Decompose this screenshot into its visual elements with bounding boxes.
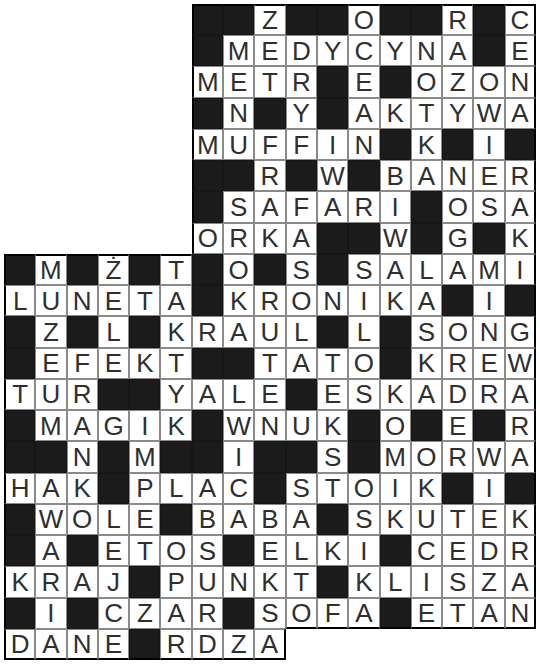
blocked-cell-r6c13 bbox=[411, 191, 442, 222]
blocked-cell-r15c3 bbox=[98, 473, 129, 504]
outside-area bbox=[160, 35, 191, 66]
letter-cell-r3c16: A bbox=[505, 98, 536, 129]
letter-cell-r6c8: A bbox=[254, 191, 285, 222]
letter-cell-r7c6: O bbox=[192, 223, 223, 254]
letter-cell-r13c8: N bbox=[254, 410, 285, 441]
letter-cell-r19c5: A bbox=[160, 598, 191, 629]
letter-cell-r9c1: U bbox=[35, 285, 66, 316]
letter-cell-r19c6: R bbox=[192, 598, 223, 629]
blocked-cell-r10c12 bbox=[380, 316, 411, 347]
letter-cell-r10c8: U bbox=[254, 316, 285, 347]
letter-cell-r10c5: K bbox=[160, 316, 191, 347]
blocked-cell-r5c11 bbox=[348, 160, 379, 191]
letter-cell-r12c2: R bbox=[67, 379, 98, 410]
letter-cell-r18c0: K bbox=[4, 566, 35, 597]
letter-cell-r13c10: K bbox=[317, 410, 348, 441]
letter-cell-r6c7: S bbox=[223, 191, 254, 222]
outside-area bbox=[129, 4, 160, 35]
blocked-cell-r8c8 bbox=[254, 254, 285, 285]
blocked-cell-r14c1 bbox=[35, 441, 66, 472]
letter-cell-r18c7: N bbox=[223, 566, 254, 597]
blocked-cell-r7c11 bbox=[348, 223, 379, 254]
letter-cell-r19c16: N bbox=[505, 598, 536, 629]
blocked-cell-r10c2 bbox=[67, 316, 98, 347]
letter-cell-r9c0: L bbox=[4, 285, 35, 316]
letter-cell-r3c7: N bbox=[223, 98, 254, 129]
letter-cell-r17c16: R bbox=[505, 535, 536, 566]
letter-cell-r17c1: A bbox=[35, 535, 66, 566]
letter-cell-r14c4: M bbox=[129, 441, 160, 472]
letter-cell-r16c4: E bbox=[129, 504, 160, 535]
letter-cell-r18c15: Z bbox=[473, 566, 504, 597]
letter-cell-r2c7: E bbox=[223, 66, 254, 97]
letter-cell-r3c9: Y bbox=[286, 98, 317, 129]
letter-cell-r8c9: S bbox=[286, 254, 317, 285]
letter-cell-r8c12: A bbox=[380, 254, 411, 285]
blocked-cell-r18c10 bbox=[317, 566, 348, 597]
letter-cell-r20c3: E bbox=[98, 629, 129, 660]
letter-cell-r19c9: O bbox=[286, 598, 317, 629]
outside-area bbox=[4, 98, 35, 129]
letter-cell-r17c15: D bbox=[473, 535, 504, 566]
letter-cell-r16c12: K bbox=[380, 504, 411, 535]
letter-cell-r0c16: C bbox=[505, 4, 536, 35]
blocked-cell-r8c0 bbox=[4, 254, 35, 285]
letter-cell-r9c5: A bbox=[160, 285, 191, 316]
letter-cell-r12c1: U bbox=[35, 379, 66, 410]
letter-cell-r17c3: E bbox=[98, 535, 129, 566]
letter-cell-r14c13: O bbox=[411, 441, 442, 472]
letter-cell-r8c3: Ż bbox=[98, 254, 129, 285]
letter-cell-r3c14: Y bbox=[442, 98, 473, 129]
letter-cell-r10c9: L bbox=[286, 316, 317, 347]
outside-area bbox=[160, 4, 191, 35]
letter-cell-r16c13: U bbox=[411, 504, 442, 535]
outside-area bbox=[160, 66, 191, 97]
outside-area bbox=[67, 66, 98, 97]
blocked-cell-r7c10 bbox=[317, 223, 348, 254]
letter-cell-r7c12: W bbox=[380, 223, 411, 254]
letter-cell-r16c15: E bbox=[473, 504, 504, 535]
letter-cell-r14c14: R bbox=[442, 441, 473, 472]
blocked-cell-r17c0 bbox=[4, 535, 35, 566]
letter-cell-r9c8: R bbox=[254, 285, 285, 316]
letter-cell-r11c1: E bbox=[35, 348, 66, 379]
letter-cell-r18c11: K bbox=[348, 566, 379, 597]
blocked-cell-r14c0 bbox=[4, 441, 35, 472]
letter-cell-r14c2: N bbox=[67, 441, 98, 472]
letter-cell-r11c10: T bbox=[317, 348, 348, 379]
letter-cell-r20c8: A bbox=[254, 629, 285, 660]
letter-cell-r6c9: F bbox=[286, 191, 317, 222]
letter-cell-r2c11: E bbox=[348, 66, 379, 97]
blocked-cell-r9c14 bbox=[442, 285, 473, 316]
outside-area bbox=[4, 35, 35, 66]
letter-cell-r16c3: L bbox=[98, 504, 129, 535]
letter-cell-r7c8: K bbox=[254, 223, 285, 254]
letter-cell-r14c10: S bbox=[317, 441, 348, 472]
letter-cell-r9c9: O bbox=[286, 285, 317, 316]
letter-cell-r7c7: R bbox=[223, 223, 254, 254]
outside-area bbox=[35, 191, 66, 222]
blocked-cell-r2c10 bbox=[317, 66, 348, 97]
letter-cell-r15c10: T bbox=[317, 473, 348, 504]
outside-area bbox=[35, 160, 66, 191]
letter-cell-r12c12: K bbox=[380, 379, 411, 410]
outside-area bbox=[160, 129, 191, 160]
outside-area bbox=[160, 223, 191, 254]
outside-area bbox=[98, 129, 129, 160]
outside-area bbox=[160, 98, 191, 129]
letter-cell-r5c13: A bbox=[411, 160, 442, 191]
letter-cell-r13c12: O bbox=[380, 410, 411, 441]
letter-cell-r10c11: L bbox=[348, 316, 379, 347]
letter-cell-r10c1: Z bbox=[35, 316, 66, 347]
letter-cell-r3c15: W bbox=[473, 98, 504, 129]
blocked-cell-r0c12 bbox=[380, 4, 411, 35]
letter-cell-r9c11: I bbox=[348, 285, 379, 316]
outside-area bbox=[4, 4, 35, 35]
letter-cell-r18c13: I bbox=[411, 566, 442, 597]
blocked-cell-r17c7 bbox=[223, 535, 254, 566]
letter-cell-r1c14: A bbox=[442, 35, 473, 66]
letter-cell-r16c6: B bbox=[192, 504, 223, 535]
blocked-cell-r9c6 bbox=[192, 285, 223, 316]
letter-cell-r15c9: S bbox=[286, 473, 317, 504]
letter-cell-r8c11: S bbox=[348, 254, 379, 285]
blocked-cell-r12c4 bbox=[129, 379, 160, 410]
letter-cell-r18c12: L bbox=[380, 566, 411, 597]
blocked-cell-r5c7 bbox=[223, 160, 254, 191]
blocked-cell-r0c9 bbox=[286, 4, 317, 35]
blocked-cell-r3c8 bbox=[254, 98, 285, 129]
letter-cell-r20c2: N bbox=[67, 629, 98, 660]
letter-cell-r14c16: A bbox=[505, 441, 536, 472]
letter-cell-r15c15: I bbox=[473, 473, 504, 504]
outside-area bbox=[67, 191, 98, 222]
outside-area bbox=[129, 129, 160, 160]
outside-area bbox=[67, 223, 98, 254]
letter-cell-r17c13: C bbox=[411, 535, 442, 566]
outside-area bbox=[35, 66, 66, 97]
outside-area bbox=[35, 98, 66, 129]
blocked-cell-r10c4 bbox=[129, 316, 160, 347]
letter-cell-r16c16: K bbox=[505, 504, 536, 535]
letter-cell-r17c4: T bbox=[129, 535, 160, 566]
blocked-cell-r13c11 bbox=[348, 410, 379, 441]
letter-cell-r15c6: A bbox=[192, 473, 223, 504]
letter-cell-r13c14: E bbox=[442, 410, 473, 441]
letter-cell-r17c14: E bbox=[442, 535, 473, 566]
letter-cell-r12c15: R bbox=[473, 379, 504, 410]
letter-cell-r16c8: B bbox=[254, 504, 285, 535]
blocked-cell-r5c6 bbox=[192, 160, 223, 191]
letter-cell-r19c13: E bbox=[411, 598, 442, 629]
letter-cell-r19c8: S bbox=[254, 598, 285, 629]
outside-area bbox=[98, 98, 129, 129]
blocked-cell-r13c15 bbox=[473, 410, 504, 441]
letter-cell-r1c11: C bbox=[348, 35, 379, 66]
letter-cell-r17c9: L bbox=[286, 535, 317, 566]
blocked-cell-r15c16 bbox=[505, 473, 536, 504]
outside-area bbox=[98, 191, 129, 222]
letter-cell-r2c13: O bbox=[411, 66, 442, 97]
blocked-cell-r12c3 bbox=[98, 379, 129, 410]
blocked-cell-r20c4 bbox=[129, 629, 160, 660]
letter-cell-r14c15: W bbox=[473, 441, 504, 472]
letter-cell-r20c5: R bbox=[160, 629, 191, 660]
blocked-cell-r5c9 bbox=[286, 160, 317, 191]
letter-cell-r6c12: I bbox=[380, 191, 411, 222]
letter-cell-r12c13: A bbox=[411, 379, 442, 410]
blocked-cell-r18c4 bbox=[129, 566, 160, 597]
blocked-cell-r12c9 bbox=[286, 379, 317, 410]
letter-cell-r16c7: A bbox=[223, 504, 254, 535]
letter-cell-r2c9: R bbox=[286, 66, 317, 97]
letter-cell-r8c14: A bbox=[442, 254, 473, 285]
letter-cell-r16c1: W bbox=[35, 504, 66, 535]
letter-cell-r3c13: T bbox=[411, 98, 442, 129]
letter-cell-r7c16: K bbox=[505, 223, 536, 254]
letter-cell-r17c8: E bbox=[254, 535, 285, 566]
letter-cell-r18c1: R bbox=[35, 566, 66, 597]
letter-cell-r14c7: I bbox=[223, 441, 254, 472]
letter-cell-r12c7: L bbox=[223, 379, 254, 410]
letter-cell-r5c15: E bbox=[473, 160, 504, 191]
letter-cell-r18c2: A bbox=[67, 566, 98, 597]
letter-cell-r11c2: F bbox=[67, 348, 98, 379]
letter-cell-r6c15: S bbox=[473, 191, 504, 222]
letter-cell-r18c5: P bbox=[160, 566, 191, 597]
outside-area bbox=[35, 35, 66, 66]
letter-cell-r5c16: R bbox=[505, 160, 536, 191]
blocked-cell-r13c0 bbox=[4, 410, 35, 441]
letter-cell-r19c14: T bbox=[442, 598, 473, 629]
letter-cell-r10c15: N bbox=[473, 316, 504, 347]
blocked-cell-r11c6 bbox=[192, 348, 223, 379]
outside-area bbox=[286, 629, 317, 660]
letter-cell-r6c14: O bbox=[442, 191, 473, 222]
letter-cell-r3c11: A bbox=[348, 98, 379, 129]
letter-cell-r2c14: Z bbox=[442, 66, 473, 97]
letter-cell-r16c2: O bbox=[67, 504, 98, 535]
letter-cell-r9c4: T bbox=[129, 285, 160, 316]
blocked-cell-r10c10 bbox=[317, 316, 348, 347]
blocked-cell-r15c8 bbox=[254, 473, 285, 504]
blocked-cell-r2c12 bbox=[380, 66, 411, 97]
blocked-cell-r0c13 bbox=[411, 4, 442, 35]
outside-area bbox=[67, 129, 98, 160]
letter-cell-r17c6: S bbox=[192, 535, 223, 566]
letter-cell-r4c15: I bbox=[473, 129, 504, 160]
letter-cell-r18c6: U bbox=[192, 566, 223, 597]
letter-cell-r11c13: K bbox=[411, 348, 442, 379]
letter-cell-r15c12: I bbox=[380, 473, 411, 504]
letter-cell-r18c8: K bbox=[254, 566, 285, 597]
outside-area bbox=[129, 66, 160, 97]
letter-cell-r9c7: K bbox=[223, 285, 254, 316]
letter-cell-r0c11: O bbox=[348, 4, 379, 35]
letter-cell-r11c11: O bbox=[348, 348, 379, 379]
blocked-cell-r3c6 bbox=[192, 98, 223, 129]
blocked-cell-r0c10 bbox=[317, 4, 348, 35]
blocked-cell-r19c0 bbox=[4, 598, 35, 629]
blocked-cell-r11c12 bbox=[380, 348, 411, 379]
outside-area bbox=[35, 129, 66, 160]
letter-cell-r19c3: C bbox=[98, 598, 129, 629]
letter-cell-r9c15: I bbox=[473, 285, 504, 316]
letter-cell-r19c1: I bbox=[35, 598, 66, 629]
letter-cell-r12c6: A bbox=[192, 379, 223, 410]
letter-cell-r15c7: C bbox=[223, 473, 254, 504]
outside-area bbox=[317, 629, 348, 660]
letter-cell-r11c3: E bbox=[98, 348, 129, 379]
letter-cell-r12c5: Y bbox=[160, 379, 191, 410]
letter-cell-r20c0: D bbox=[4, 629, 35, 660]
letter-cell-r16c11: S bbox=[348, 504, 379, 535]
blocked-cell-r9c16 bbox=[505, 285, 536, 316]
letter-cell-r6c10: A bbox=[317, 191, 348, 222]
letter-cell-r10c14: O bbox=[442, 316, 473, 347]
outside-area bbox=[129, 191, 160, 222]
outside-area bbox=[129, 160, 160, 191]
blocked-cell-r4c14 bbox=[442, 129, 473, 160]
letter-cell-r8c15: M bbox=[473, 254, 504, 285]
letter-cell-r10c16: G bbox=[505, 316, 536, 347]
outside-area bbox=[4, 191, 35, 222]
letter-cell-r6c16: A bbox=[505, 191, 536, 222]
blocked-cell-r3c10 bbox=[317, 98, 348, 129]
outside-area bbox=[4, 129, 35, 160]
letter-cell-r2c15: O bbox=[473, 66, 504, 97]
letter-cell-r9c2: N bbox=[67, 285, 98, 316]
letter-cell-r10c6: R bbox=[192, 316, 223, 347]
letter-cell-r8c16: I bbox=[505, 254, 536, 285]
letter-cell-r5c14: N bbox=[442, 160, 473, 191]
letter-cell-r5c12: B bbox=[380, 160, 411, 191]
blocked-cell-r1c6 bbox=[192, 35, 223, 66]
letter-cell-r4c13: K bbox=[411, 129, 442, 160]
blocked-cell-r16c10 bbox=[317, 504, 348, 535]
letter-cell-r2c6: M bbox=[192, 66, 223, 97]
blocked-cell-r14c3 bbox=[98, 441, 129, 472]
blocked-cell-r19c12 bbox=[380, 598, 411, 629]
blocked-cell-r8c4 bbox=[129, 254, 160, 285]
letter-cell-r20c6: D bbox=[192, 629, 223, 660]
letter-cell-r12c0: T bbox=[4, 379, 35, 410]
outside-area bbox=[35, 223, 66, 254]
letter-cell-r4c8: F bbox=[254, 129, 285, 160]
outside-area bbox=[160, 160, 191, 191]
letter-cell-r15c1: A bbox=[35, 473, 66, 504]
outside-area bbox=[98, 223, 129, 254]
letter-cell-r1c13: N bbox=[411, 35, 442, 66]
crossword-board: ZORCMEDYCYNAEMETREOZONNYAKTYWAMUFFINKIRW… bbox=[4, 4, 536, 660]
letter-cell-r7c14: G bbox=[442, 223, 473, 254]
letter-cell-r13c3: G bbox=[98, 410, 129, 441]
letter-cell-r3c12: K bbox=[380, 98, 411, 129]
letter-cell-r8c7: O bbox=[223, 254, 254, 285]
blocked-cell-r1c15 bbox=[473, 35, 504, 66]
letter-cell-r1c12: Y bbox=[380, 35, 411, 66]
letter-cell-r12c8: E bbox=[254, 379, 285, 410]
letter-cell-r19c4: Z bbox=[129, 598, 160, 629]
outside-area bbox=[4, 66, 35, 97]
letter-cell-r1c8: E bbox=[254, 35, 285, 66]
blocked-cell-r14c5 bbox=[160, 441, 191, 472]
blocked-cell-r7c15 bbox=[473, 223, 504, 254]
letter-cell-r1c16: E bbox=[505, 35, 536, 66]
letter-cell-r7c9: A bbox=[286, 223, 317, 254]
outside-area bbox=[4, 160, 35, 191]
letter-cell-r17c10: K bbox=[317, 535, 348, 566]
letter-cell-r8c5: T bbox=[160, 254, 191, 285]
blocked-cell-r7c13 bbox=[411, 223, 442, 254]
blocked-cell-r14c8 bbox=[254, 441, 285, 472]
letter-cell-r11c9: A bbox=[286, 348, 317, 379]
letter-cell-r1c9: D bbox=[286, 35, 317, 66]
blocked-cell-r0c6 bbox=[192, 4, 223, 35]
letter-cell-r16c14: T bbox=[442, 504, 473, 535]
outside-area bbox=[348, 629, 379, 660]
letter-cell-r4c6: M bbox=[192, 129, 223, 160]
letter-cell-r15c4: P bbox=[129, 473, 160, 504]
blocked-cell-r0c7 bbox=[223, 4, 254, 35]
letter-cell-r6c11: R bbox=[348, 191, 379, 222]
outside-area bbox=[505, 629, 536, 660]
letter-cell-r9c12: K bbox=[380, 285, 411, 316]
blocked-cell-r4c16 bbox=[505, 129, 536, 160]
letter-cell-r9c10: N bbox=[317, 285, 348, 316]
letter-cell-r11c16: W bbox=[505, 348, 536, 379]
blocked-cell-r11c7 bbox=[223, 348, 254, 379]
outside-area bbox=[67, 160, 98, 191]
blocked-cell-r8c10 bbox=[317, 254, 348, 285]
letter-cell-r17c11: I bbox=[348, 535, 379, 566]
outside-area bbox=[98, 160, 129, 191]
letter-cell-r8c1: M bbox=[35, 254, 66, 285]
blocked-cell-r14c6 bbox=[192, 441, 223, 472]
letter-cell-r13c7: W bbox=[223, 410, 254, 441]
letter-cell-r9c3: E bbox=[98, 285, 129, 316]
outside-area bbox=[129, 35, 160, 66]
letter-cell-r11c4: K bbox=[129, 348, 160, 379]
outside-area bbox=[380, 629, 411, 660]
letter-cell-r0c14: R bbox=[442, 4, 473, 35]
letter-cell-r18c3: J bbox=[98, 566, 129, 597]
letter-cell-r18c16: A bbox=[505, 566, 536, 597]
letter-cell-r12c16: A bbox=[505, 379, 536, 410]
letter-cell-r19c11: A bbox=[348, 598, 379, 629]
letter-cell-r18c9: T bbox=[286, 566, 317, 597]
outside-area bbox=[129, 223, 160, 254]
blocked-cell-r17c12 bbox=[380, 535, 411, 566]
blocked-cell-r19c2 bbox=[67, 598, 98, 629]
letter-cell-r5c10: W bbox=[317, 160, 348, 191]
blocked-cell-r14c11 bbox=[348, 441, 379, 472]
letter-cell-r14c12: M bbox=[380, 441, 411, 472]
crossword-page: ZORCMEDYCYNAEMETREOZONNYAKTYWAMUFFINKIRW… bbox=[0, 0, 540, 664]
outside-area bbox=[98, 35, 129, 66]
letter-cell-r19c10: F bbox=[317, 598, 348, 629]
blocked-cell-r8c2 bbox=[67, 254, 98, 285]
blocked-cell-r4c12 bbox=[380, 129, 411, 160]
blocked-cell-r13c13 bbox=[411, 410, 442, 441]
outside-area bbox=[442, 629, 473, 660]
outside-area bbox=[4, 223, 35, 254]
letter-cell-r15c0: H bbox=[4, 473, 35, 504]
outside-area bbox=[98, 66, 129, 97]
